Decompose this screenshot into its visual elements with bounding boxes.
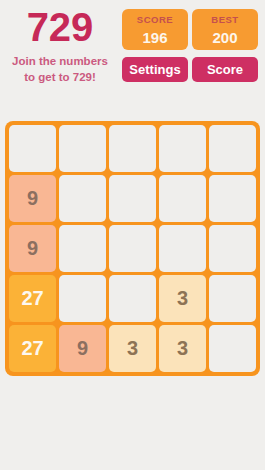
tile-27-r4c1: 27: [9, 275, 56, 322]
best-value: 200: [212, 29, 237, 46]
empty-cell-r2c2: [59, 175, 106, 222]
empty-cell-r1c3: [109, 125, 156, 172]
settings-button[interactable]: Settings: [122, 57, 188, 82]
page-title: 729: [0, 4, 120, 50]
header-right: SCORE 196 BEST 200 Settings Score: [122, 9, 258, 82]
best-box: BEST 200: [192, 9, 258, 50]
score-label: SCORE: [137, 14, 173, 25]
tile-3-r5c3: 3: [109, 325, 156, 372]
empty-cell-r3c5: [209, 225, 256, 272]
empty-cell-r4c2: [59, 275, 106, 322]
empty-cell-r1c4: [159, 125, 206, 172]
tile-3-r5c4: 3: [159, 325, 206, 372]
game-board[interactable]: 9927327933: [5, 121, 260, 376]
subtitle-line1: Join the numbers: [12, 55, 108, 67]
subtitle: Join the numbers to get to 729!: [0, 53, 120, 85]
empty-cell-r4c3: [109, 275, 156, 322]
empty-cell-r1c2: [59, 125, 106, 172]
header-left: 729 Join the numbers to get to 729!: [0, 4, 120, 85]
score-button[interactable]: Score: [192, 57, 258, 82]
tile-9-r2c1: 9: [9, 175, 56, 222]
app-root: 729 Join the numbers to get to 729! SCOR…: [0, 0, 265, 470]
empty-cell-r5c5: [209, 325, 256, 372]
empty-cell-r2c5: [209, 175, 256, 222]
subtitle-line2: to get to 729!: [24, 71, 96, 83]
best-label: BEST: [211, 14, 238, 25]
score-box: SCORE 196: [122, 9, 188, 50]
empty-cell-r3c3: [109, 225, 156, 272]
tile-27-r5c1: 27: [9, 325, 56, 372]
tile-9-r3c1: 9: [9, 225, 56, 272]
empty-cell-r1c5: [209, 125, 256, 172]
empty-cell-r2c4: [159, 175, 206, 222]
empty-cell-r2c3: [109, 175, 156, 222]
empty-cell-r4c5: [209, 275, 256, 322]
empty-cell-r3c2: [59, 225, 106, 272]
tile-3-r4c4: 3: [159, 275, 206, 322]
empty-cell-r3c4: [159, 225, 206, 272]
score-value: 196: [142, 29, 167, 46]
tile-9-r5c2: 9: [59, 325, 106, 372]
empty-cell-r1c1: [9, 125, 56, 172]
